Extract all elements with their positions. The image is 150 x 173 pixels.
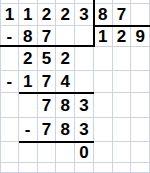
spreadsheet-worksheet: 1122387-87129252-174783-7830 [0, 0, 150, 173]
cell-r6-c5[interactable] [94, 118, 113, 142]
cell-r7-c5[interactable] [94, 142, 113, 163]
cell-r1-c1[interactable]: 1 [19, 4, 38, 26]
cell-r7-c1[interactable] [19, 142, 38, 163]
cell-r8-c3[interactable] [56, 163, 75, 173]
cell-r3-c3[interactable]: 2 [56, 47, 75, 71]
cell-r8-c4[interactable] [75, 163, 94, 173]
cell-r7-c2[interactable] [38, 142, 57, 163]
cell-r3-c0[interactable] [0, 47, 19, 71]
cell-r8-c2[interactable] [38, 163, 57, 173]
cell-r4-c0[interactable]: - [0, 71, 19, 93]
cell-r1-c3[interactable]: 2 [56, 4, 75, 26]
cell-r6-c1[interactable]: - [19, 118, 38, 142]
cell-r1-c5[interactable]: 8 [94, 4, 113, 26]
cell-r1-c0[interactable]: 1 [0, 4, 19, 26]
cell-r6-c6[interactable] [113, 118, 132, 142]
cell-r5-c7[interactable] [131, 93, 150, 118]
cell-r2-c0[interactable]: - [0, 26, 19, 47]
cell-r4-c3[interactable]: 4 [56, 71, 75, 93]
cell-r7-c0[interactable] [0, 142, 19, 163]
subtraction-line-1 [0, 45, 95, 47]
divisor-quotient-separator-line [93, 25, 150, 27]
cell-r3-c5[interactable] [94, 47, 113, 71]
cell-r2-c4[interactable] [75, 26, 94, 47]
subtraction-line-2 [19, 92, 94, 94]
cell-r5-c0[interactable] [0, 93, 19, 118]
subtraction-line-3 [19, 141, 94, 143]
cell-r3-c2[interactable]: 5 [38, 47, 57, 71]
cell-r6-c7[interactable] [131, 118, 150, 142]
division-bracket-vertical-line [93, 0, 95, 47]
cell-r8-c1[interactable] [19, 163, 38, 173]
cell-r8-c5[interactable] [94, 163, 113, 173]
cell-r7-c6[interactable] [113, 142, 132, 163]
cell-r2-c7[interactable]: 9 [131, 26, 150, 47]
cell-r2-c6[interactable]: 2 [113, 26, 132, 47]
cell-r4-c2[interactable]: 7 [38, 71, 57, 93]
cell-r5-c5[interactable] [94, 93, 113, 118]
cell-r1-c6[interactable]: 7 [113, 4, 132, 26]
cell-r3-c7[interactable] [131, 47, 150, 71]
cell-r5-c4[interactable]: 3 [75, 93, 94, 118]
cell-r5-c1[interactable] [19, 93, 38, 118]
cell-r2-c5[interactable]: 1 [94, 26, 113, 47]
cell-r4-c5[interactable] [94, 71, 113, 93]
cell-r1-c7[interactable] [131, 4, 150, 26]
cell-r4-c6[interactable] [113, 71, 132, 93]
cell-r7-c7[interactable] [131, 142, 150, 163]
cell-r6-c3[interactable]: 8 [56, 118, 75, 142]
cell-r2-c3[interactable] [56, 26, 75, 47]
cell-r5-c3[interactable]: 8 [56, 93, 75, 118]
cell-r3-c6[interactable] [113, 47, 132, 71]
cell-r4-c7[interactable] [131, 71, 150, 93]
cell-r1-c4[interactable]: 3 [75, 4, 94, 26]
cell-r6-c4[interactable]: 3 [75, 118, 94, 142]
cell-r8-c0[interactable] [0, 163, 19, 173]
cell-r6-c0[interactable] [0, 118, 19, 142]
cell-r5-c2[interactable]: 7 [38, 93, 57, 118]
cell-r8-c6[interactable] [113, 163, 132, 173]
cell-r2-c2[interactable]: 7 [38, 26, 57, 47]
cell-r4-c1[interactable]: 1 [19, 71, 38, 93]
cell-r3-c4[interactable] [75, 47, 94, 71]
cell-r2-c1[interactable]: 8 [19, 26, 38, 47]
cell-r5-c6[interactable] [113, 93, 132, 118]
cell-r6-c2[interactable]: 7 [38, 118, 57, 142]
cell-r7-c4[interactable]: 0 [75, 142, 94, 163]
cell-r3-c1[interactable]: 2 [19, 47, 38, 71]
cell-r4-c4[interactable] [75, 71, 94, 93]
cell-r1-c2[interactable]: 2 [38, 4, 57, 26]
cell-r8-c7[interactable] [131, 163, 150, 173]
cell-r7-c3[interactable] [56, 142, 75, 163]
